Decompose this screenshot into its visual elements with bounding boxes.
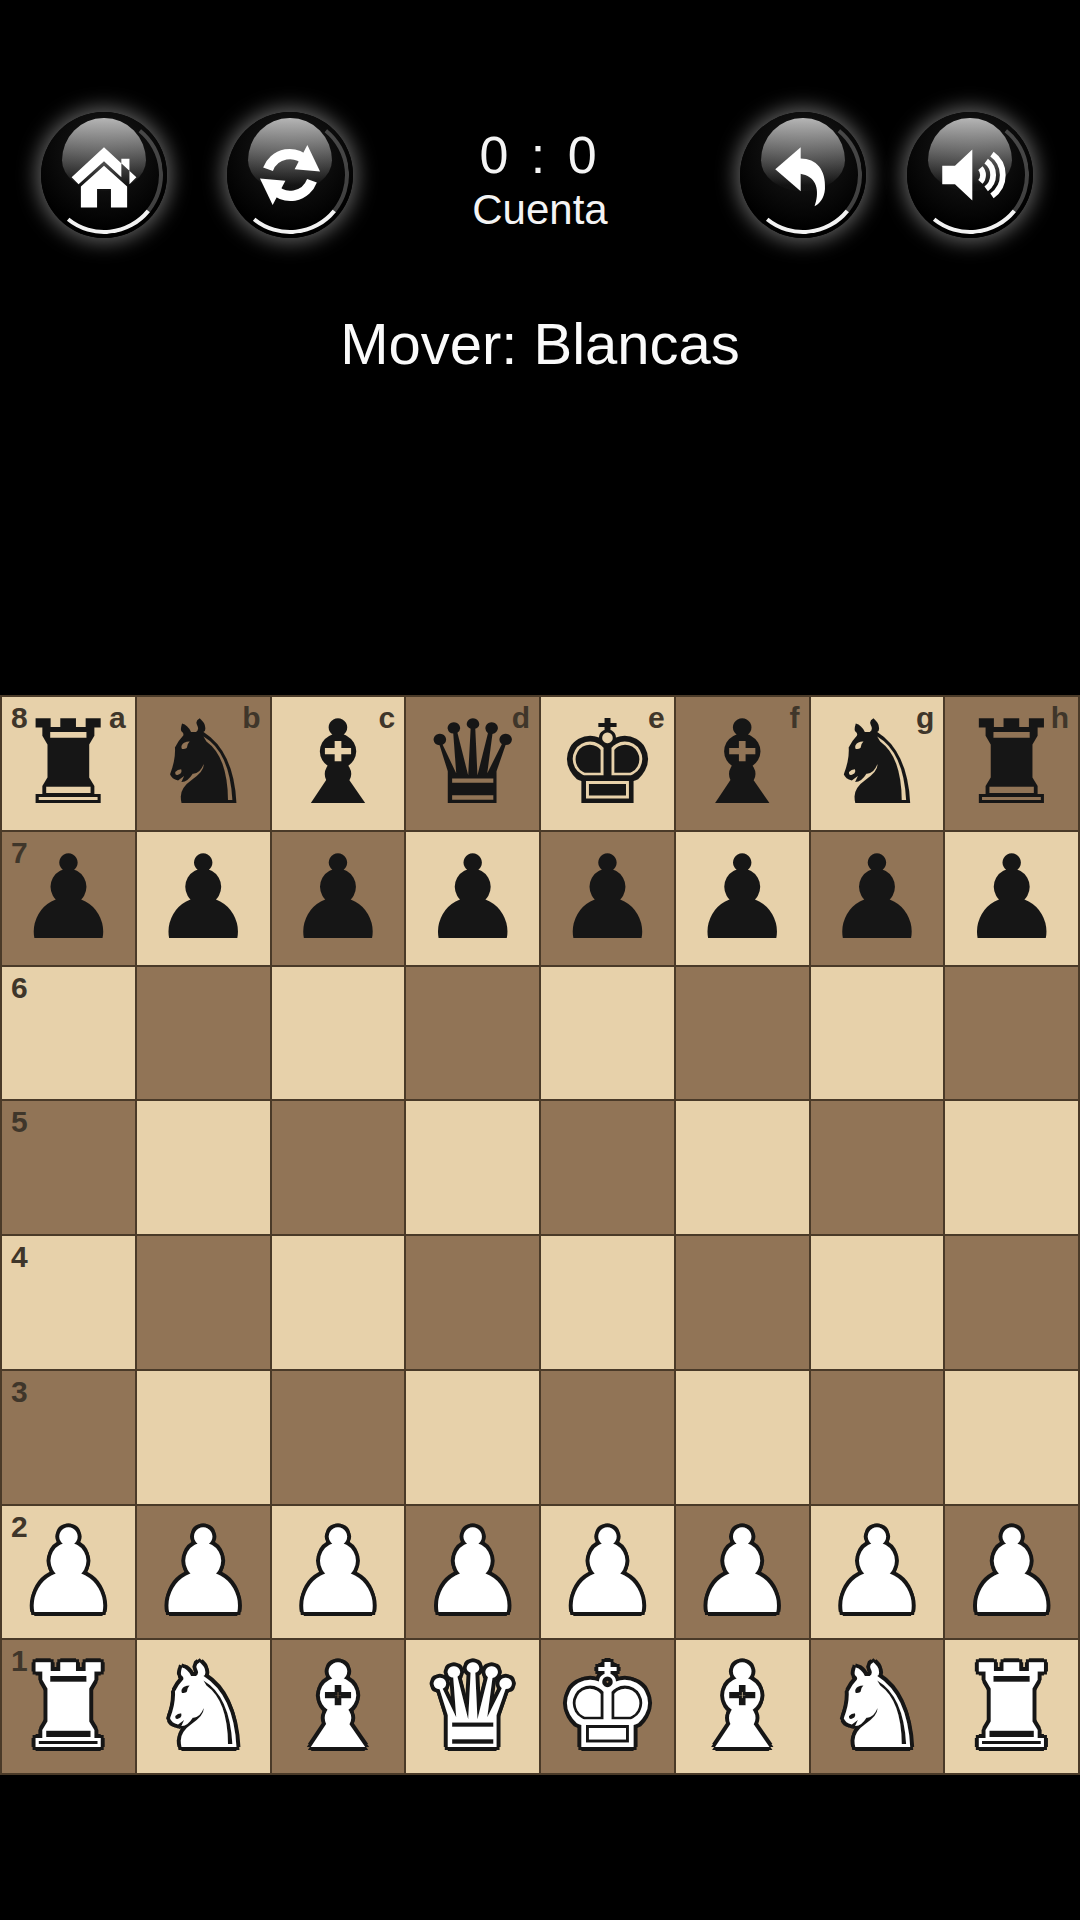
piece-white-bishop: ♝: [690, 1649, 794, 1765]
undo-button[interactable]: [740, 112, 866, 238]
square-h3[interactable]: [945, 1371, 1078, 1504]
rank-label: 5: [11, 1107, 28, 1137]
square-h7[interactable]: ♟: [945, 832, 1078, 965]
square-f5[interactable]: [676, 1101, 809, 1234]
piece-black-rook: ♜: [960, 705, 1064, 821]
piece-white-king: ♚: [555, 1649, 659, 1765]
file-label: c: [379, 703, 396, 733]
rank-label: 8: [11, 703, 28, 733]
square-e4[interactable]: [541, 1236, 674, 1369]
piece-black-pawn: ♟: [690, 840, 794, 956]
square-d2[interactable]: ♟: [406, 1506, 539, 1639]
square-a4[interactable]: 4: [2, 1236, 135, 1369]
square-a2[interactable]: 2♟: [2, 1506, 135, 1639]
file-label: d: [512, 703, 530, 733]
piece-white-queen: ♛: [421, 1649, 525, 1765]
square-d6[interactable]: [406, 967, 539, 1100]
piece-white-pawn: ♟: [555, 1514, 659, 1630]
rank-label: 4: [11, 1242, 28, 1272]
square-e3[interactable]: [541, 1371, 674, 1504]
square-d7[interactable]: ♟: [406, 832, 539, 965]
speaker-icon: [933, 138, 1007, 212]
square-b1[interactable]: ♞: [137, 1640, 270, 1773]
square-c1[interactable]: ♝: [272, 1640, 405, 1773]
square-b2[interactable]: ♟: [137, 1506, 270, 1639]
square-c8[interactable]: c♝: [272, 697, 405, 830]
square-d5[interactable]: [406, 1101, 539, 1234]
piece-white-pawn: ♟: [286, 1514, 390, 1630]
file-label: g: [916, 703, 934, 733]
piece-black-pawn: ♟: [825, 840, 929, 956]
square-b8[interactable]: b♞: [137, 697, 270, 830]
piece-white-rook: ♜: [16, 1649, 120, 1765]
file-label: h: [1051, 703, 1069, 733]
square-f3[interactable]: [676, 1371, 809, 1504]
rank-label: 1: [11, 1646, 28, 1676]
square-f6[interactable]: [676, 967, 809, 1100]
square-c2[interactable]: ♟: [272, 1506, 405, 1639]
square-e6[interactable]: [541, 967, 674, 1100]
piece-black-pawn: ♟: [286, 840, 390, 956]
piece-white-rook: ♜: [960, 1649, 1064, 1765]
piece-black-bishop: ♝: [690, 705, 794, 821]
square-a7[interactable]: 7♟: [2, 832, 135, 965]
piece-black-pawn: ♟: [16, 840, 120, 956]
piece-black-pawn: ♟: [151, 840, 255, 956]
square-e5[interactable]: [541, 1101, 674, 1234]
square-f4[interactable]: [676, 1236, 809, 1369]
square-h6[interactable]: [945, 967, 1078, 1100]
file-label: a: [109, 703, 126, 733]
piece-black-queen: ♛: [421, 705, 525, 821]
square-c7[interactable]: ♟: [272, 832, 405, 965]
piece-white-pawn: ♟: [960, 1514, 1064, 1630]
square-d4[interactable]: [406, 1236, 539, 1369]
piece-white-knight: ♞: [825, 1649, 929, 1765]
square-h4[interactable]: [945, 1236, 1078, 1369]
piece-black-bishop: ♝: [286, 705, 390, 821]
square-g5[interactable]: [811, 1101, 944, 1234]
piece-white-bishop: ♝: [286, 1649, 390, 1765]
square-d3[interactable]: [406, 1371, 539, 1504]
piece-black-knight: ♞: [825, 705, 929, 821]
square-e2[interactable]: ♟: [541, 1506, 674, 1639]
piece-white-pawn: ♟: [151, 1514, 255, 1630]
square-c6[interactable]: [272, 967, 405, 1100]
square-h8[interactable]: h♜: [945, 697, 1078, 830]
square-g7[interactable]: ♟: [811, 832, 944, 965]
square-a5[interactable]: 5: [2, 1101, 135, 1234]
square-a3[interactable]: 3: [2, 1371, 135, 1504]
square-h5[interactable]: [945, 1101, 1078, 1234]
app-screen: 0 : 0 Cuenta Mover: Blancas 8a♜b♞c♝d♛e♚f…: [0, 0, 1080, 1920]
square-h2[interactable]: ♟: [945, 1506, 1078, 1639]
piece-black-king: ♚: [555, 705, 659, 821]
square-b6[interactable]: [137, 967, 270, 1100]
square-e8[interactable]: e♚: [541, 697, 674, 830]
square-c5[interactable]: [272, 1101, 405, 1234]
home-icon: [67, 138, 141, 212]
square-g4[interactable]: [811, 1236, 944, 1369]
square-f7[interactable]: ♟: [676, 832, 809, 965]
file-label: f: [790, 703, 800, 733]
square-f8[interactable]: f♝: [676, 697, 809, 830]
rank-label: 2: [11, 1512, 28, 1542]
square-b3[interactable]: [137, 1371, 270, 1504]
square-g6[interactable]: [811, 967, 944, 1100]
piece-white-pawn: ♟: [690, 1514, 794, 1630]
sound-button[interactable]: [907, 112, 1033, 238]
refresh-icon: [253, 138, 327, 212]
square-c4[interactable]: [272, 1236, 405, 1369]
square-b4[interactable]: [137, 1236, 270, 1369]
square-a8[interactable]: 8a♜: [2, 697, 135, 830]
piece-black-pawn: ♟: [421, 840, 525, 956]
square-e7[interactable]: ♟: [541, 832, 674, 965]
chess-board: 8a♜b♞c♝d♛e♚f♝g♞h♜7♟♟♟♟♟♟♟♟65432♟♟♟♟♟♟♟♟1…: [0, 695, 1080, 1775]
turn-indicator: Mover: Blancas: [0, 312, 1080, 376]
piece-white-pawn: ♟: [421, 1514, 525, 1630]
piece-black-rook: ♜: [16, 705, 120, 821]
rank-label: 7: [11, 838, 28, 868]
square-e1[interactable]: ♚: [541, 1640, 674, 1773]
piece-black-knight: ♞: [151, 705, 255, 821]
square-g8[interactable]: g♞: [811, 697, 944, 830]
square-g3[interactable]: [811, 1371, 944, 1504]
square-b5[interactable]: [137, 1101, 270, 1234]
square-a1[interactable]: 1♜: [2, 1640, 135, 1773]
square-c3[interactable]: [272, 1371, 405, 1504]
square-b7[interactable]: ♟: [137, 832, 270, 965]
rank-label: 3: [11, 1377, 28, 1407]
square-a6[interactable]: 6: [2, 967, 135, 1100]
square-f1[interactable]: ♝: [676, 1640, 809, 1773]
file-label: e: [648, 703, 665, 733]
square-g1[interactable]: ♞: [811, 1640, 944, 1773]
undo-arrow-icon: [766, 138, 840, 212]
file-label: b: [242, 703, 260, 733]
piece-black-pawn: ♟: [960, 840, 1064, 956]
square-d8[interactable]: d♛: [406, 697, 539, 830]
square-f2[interactable]: ♟: [676, 1506, 809, 1639]
square-h1[interactable]: ♜: [945, 1640, 1078, 1773]
rank-label: 6: [11, 973, 28, 1003]
piece-black-pawn: ♟: [555, 840, 659, 956]
square-g2[interactable]: ♟: [811, 1506, 944, 1639]
piece-white-knight: ♞: [151, 1649, 255, 1765]
piece-white-pawn: ♟: [16, 1514, 120, 1630]
piece-white-pawn: ♟: [825, 1514, 929, 1630]
square-d1[interactable]: ♛: [406, 1640, 539, 1773]
